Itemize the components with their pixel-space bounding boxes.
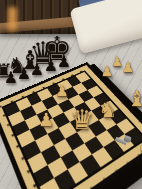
metal-clasp <box>113 134 135 150</box>
chess-board <box>0 62 142 189</box>
chess-set-photo: ♜♞♝♛♚♟♟♟♟♟♟♛♞♝♟♟♟♟♚♜ <box>0 0 142 189</box>
board-scene <box>0 0 142 189</box>
